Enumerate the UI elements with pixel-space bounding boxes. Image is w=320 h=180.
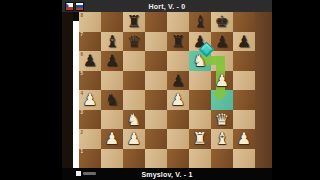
square-b3[interactable] bbox=[101, 110, 123, 130]
square-b2[interactable]: ♟ bbox=[101, 129, 123, 149]
square-f4[interactable] bbox=[189, 90, 211, 110]
square-g2[interactable]: ♝ bbox=[211, 129, 233, 149]
white-pawn-b2[interactable]: ♟ bbox=[101, 129, 123, 149]
rank-label-7: 7 bbox=[81, 32, 84, 37]
square-a6[interactable]: 6♟ bbox=[79, 51, 101, 71]
square-f5[interactable] bbox=[189, 71, 211, 91]
black-pawn-a6[interactable]: ♟ bbox=[79, 51, 101, 71]
move-arrow-head bbox=[212, 92, 228, 101]
square-g8[interactable]: ♚ bbox=[211, 12, 233, 32]
black-pawn-g7[interactable]: ♟ bbox=[211, 32, 233, 52]
black-pawn-h7[interactable]: ♟ bbox=[233, 32, 255, 52]
watermark-icon bbox=[76, 171, 81, 176]
square-h6[interactable] bbox=[233, 51, 255, 71]
top-player-bar: Hort, V. - 0 bbox=[62, 0, 272, 12]
square-e5[interactable]: ♟ bbox=[167, 71, 189, 91]
square-a7[interactable]: 7 bbox=[79, 32, 101, 52]
square-b7[interactable]: ♝ bbox=[101, 32, 123, 52]
square-a1[interactable]: 1 bbox=[79, 149, 101, 169]
russian-flag-icon bbox=[75, 2, 84, 11]
square-b6[interactable]: ♟ bbox=[101, 51, 123, 71]
black-pawn-b6[interactable]: ♟ bbox=[101, 51, 123, 71]
chess-app: Hort, V. - 0 8♜♝♚7♝♛♜♟♟♟6♟♟♞5♟♟4♟♞♟3♞♛2♟… bbox=[62, 0, 272, 180]
square-a4[interactable]: 4♟ bbox=[79, 90, 101, 110]
square-h1[interactable] bbox=[233, 149, 255, 169]
white-pawn-e4[interactable]: ♟ bbox=[167, 90, 189, 110]
black-bishop-b7[interactable]: ♝ bbox=[101, 32, 123, 52]
square-e3[interactable] bbox=[167, 110, 189, 130]
black-rook-c8[interactable]: ♜ bbox=[123, 12, 145, 32]
square-h7[interactable]: ♟ bbox=[233, 32, 255, 52]
square-g5[interactable]: ♟ bbox=[211, 71, 233, 91]
square-e6[interactable] bbox=[167, 51, 189, 71]
czech-flag-icon bbox=[65, 2, 74, 11]
square-c2[interactable]: ♟ bbox=[123, 129, 145, 149]
square-f3[interactable] bbox=[189, 110, 211, 130]
rank-label-2: 2 bbox=[81, 130, 84, 135]
rank-label-8: 8 bbox=[81, 13, 84, 18]
square-a8[interactable]: 8 bbox=[79, 12, 101, 32]
square-e1[interactable] bbox=[167, 149, 189, 169]
square-e2[interactable] bbox=[167, 129, 189, 149]
white-rook-f2[interactable]: ♜ bbox=[189, 129, 211, 149]
rank-label-5: 5 bbox=[81, 71, 84, 76]
video-frame: Hort, V. - 0 8♜♝♚7♝♛♜♟♟♟6♟♟♞5♟♟4♟♞♟3♞♛2♟… bbox=[0, 0, 320, 180]
bottom-player-bar: Smyslov, V. - 1 bbox=[62, 168, 272, 180]
square-h2[interactable]: ♟ bbox=[233, 129, 255, 149]
square-b4[interactable]: ♞ bbox=[101, 90, 123, 110]
square-h8[interactable] bbox=[233, 12, 255, 32]
square-h4[interactable] bbox=[233, 90, 255, 110]
square-e7[interactable]: ♜ bbox=[167, 32, 189, 52]
square-b1[interactable] bbox=[101, 149, 123, 169]
square-h5[interactable] bbox=[233, 71, 255, 91]
square-d2[interactable] bbox=[145, 129, 167, 149]
square-e8[interactable] bbox=[167, 12, 189, 32]
square-d8[interactable] bbox=[145, 12, 167, 32]
square-d7[interactable] bbox=[145, 32, 167, 52]
player-flags bbox=[65, 2, 84, 11]
black-bishop-f8[interactable]: ♝ bbox=[189, 12, 211, 32]
square-d3[interactable] bbox=[145, 110, 167, 130]
square-c4[interactable] bbox=[123, 90, 145, 110]
watermark-text-smudge bbox=[83, 172, 96, 175]
square-a3[interactable]: 3 bbox=[79, 110, 101, 130]
black-king-g8[interactable]: ♚ bbox=[211, 12, 233, 32]
board-frame-right bbox=[255, 12, 272, 168]
square-b8[interactable] bbox=[101, 12, 123, 32]
square-d5[interactable] bbox=[145, 71, 167, 91]
square-a2[interactable]: 2 bbox=[79, 129, 101, 149]
chess-board: 8♜♝♚7♝♛♜♟♟♟6♟♟♞5♟♟4♟♞♟3♞♛2♟♟♜♝♟1 bbox=[79, 12, 255, 168]
square-g7[interactable]: ♟ bbox=[211, 32, 233, 52]
white-pawn-g5[interactable]: ♟ bbox=[211, 71, 233, 91]
white-pawn-c2[interactable]: ♟ bbox=[123, 129, 145, 149]
square-f8[interactable]: ♝ bbox=[189, 12, 211, 32]
square-c1[interactable] bbox=[123, 149, 145, 169]
watermark-logo bbox=[76, 171, 96, 176]
square-c3[interactable]: ♞ bbox=[123, 110, 145, 130]
square-f1[interactable] bbox=[189, 149, 211, 169]
black-rook-e7[interactable]: ♜ bbox=[167, 32, 189, 52]
square-c8[interactable]: ♜ bbox=[123, 12, 145, 32]
square-e4[interactable]: ♟ bbox=[167, 90, 189, 110]
square-g1[interactable] bbox=[211, 149, 233, 169]
square-c6[interactable] bbox=[123, 51, 145, 71]
square-b5[interactable] bbox=[101, 71, 123, 91]
black-player-label: Hort, V. - 0 bbox=[149, 3, 186, 10]
black-queen-c7[interactable]: ♛ bbox=[123, 32, 145, 52]
square-d6[interactable] bbox=[145, 51, 167, 71]
black-pawn-e5[interactable]: ♟ bbox=[167, 71, 189, 91]
white-player-label: Smyslov, V. - 1 bbox=[141, 171, 192, 178]
square-a5[interactable]: 5 bbox=[79, 71, 101, 91]
square-f2[interactable]: ♜ bbox=[189, 129, 211, 149]
square-d1[interactable] bbox=[145, 149, 167, 169]
square-g3[interactable]: ♛ bbox=[211, 110, 233, 130]
white-knight-c3[interactable]: ♞ bbox=[123, 110, 145, 130]
square-c7[interactable]: ♛ bbox=[123, 32, 145, 52]
board-frame-left bbox=[62, 12, 73, 168]
white-bishop-g2[interactable]: ♝ bbox=[211, 129, 233, 149]
square-c5[interactable] bbox=[123, 71, 145, 91]
white-pawn-a4[interactable]: ♟ bbox=[79, 90, 101, 110]
square-d4[interactable] bbox=[145, 90, 167, 110]
rank-label-3: 3 bbox=[81, 110, 84, 115]
rank-label-1: 1 bbox=[81, 149, 84, 154]
white-queen-g3[interactable]: ♛ bbox=[211, 110, 233, 130]
white-pawn-h2[interactable]: ♟ bbox=[233, 129, 255, 149]
black-knight-b4[interactable]: ♞ bbox=[101, 90, 123, 110]
square-h3[interactable] bbox=[233, 110, 255, 130]
